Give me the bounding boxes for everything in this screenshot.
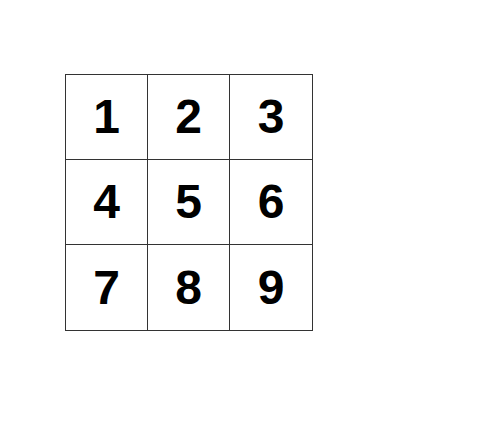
cell-digit: 3 bbox=[258, 93, 285, 141]
cell-digit: 8 bbox=[175, 264, 202, 312]
grid-cell-r2c3: 6 bbox=[230, 160, 312, 245]
grid-cell-r1c2: 2 bbox=[148, 75, 230, 160]
cell-digit: 2 bbox=[175, 93, 202, 141]
cell-digit: 5 bbox=[175, 178, 202, 226]
cell-digit: 7 bbox=[93, 264, 120, 312]
number-grid-board: 1 2 3 4 5 6 7 8 9 bbox=[65, 74, 313, 331]
cell-digit: 6 bbox=[258, 178, 285, 226]
grid-cell-r3c3: 9 bbox=[230, 245, 312, 330]
grid-cell-r3c1: 7 bbox=[66, 245, 148, 330]
cell-digit: 9 bbox=[258, 264, 285, 312]
cell-digit: 4 bbox=[93, 178, 120, 226]
page-canvas: 1 2 3 4 5 6 7 8 9 bbox=[0, 0, 500, 421]
grid-cell-r2c1: 4 bbox=[66, 160, 148, 245]
cell-digit: 1 bbox=[93, 93, 120, 141]
grid-cell-r1c1: 1 bbox=[66, 75, 148, 160]
grid-cell-r3c2: 8 bbox=[148, 245, 230, 330]
grid-cell-r1c3: 3 bbox=[230, 75, 312, 160]
grid-cell-r2c2: 5 bbox=[148, 160, 230, 245]
